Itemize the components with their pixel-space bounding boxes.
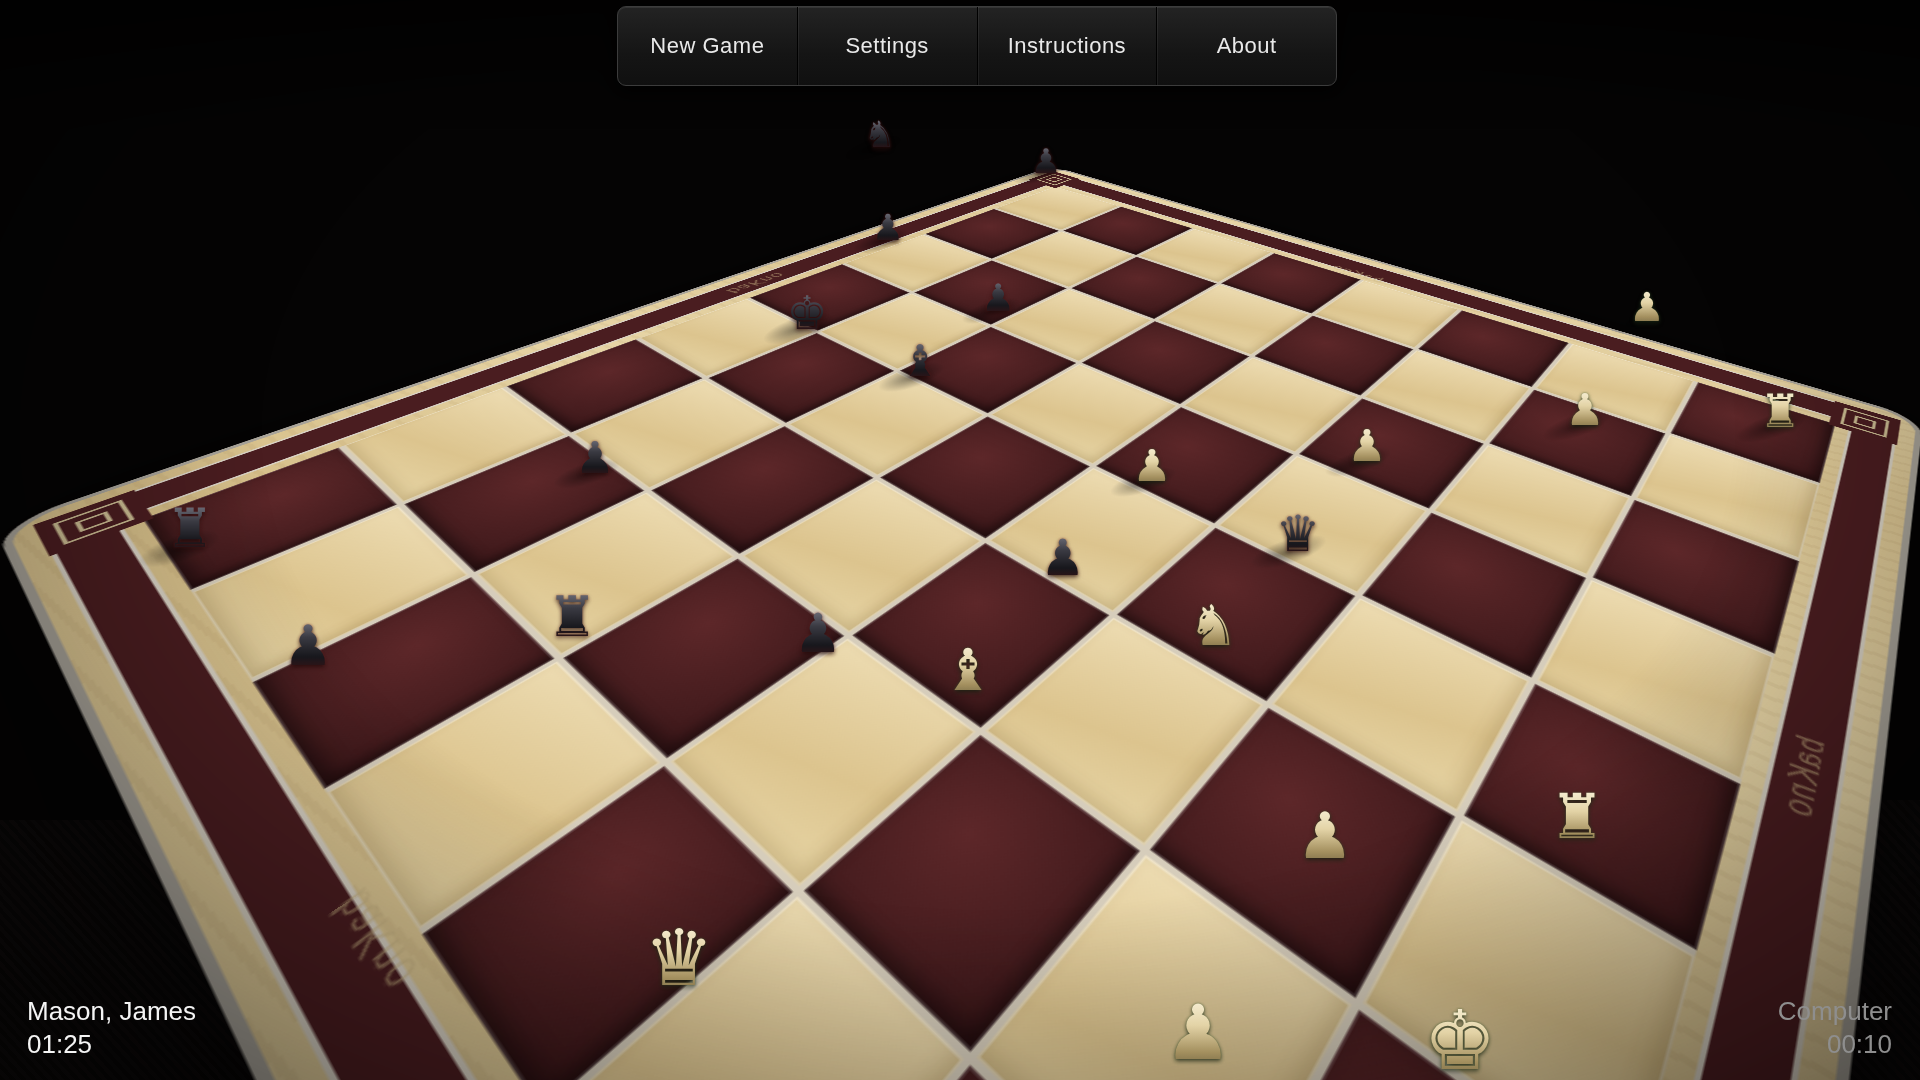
white-pawn-e2[interactable]: ♟ <box>1296 804 1353 868</box>
black-player-clock: 00:10 <box>1778 1028 1892 1061</box>
white-pawn-f2[interactable]: ♟ <box>1164 995 1232 1071</box>
menu-item-about[interactable]: About <box>1157 7 1336 85</box>
black-queen-c3[interactable]: ♛ <box>1276 509 1321 559</box>
menu-bar: New GameSettingsInstructionsAbout <box>617 6 1337 86</box>
white-player-hud: Mason, James 01:25 <box>27 995 196 1060</box>
menu-item-instructions[interactable]: Instructions <box>978 7 1158 85</box>
menu-item-settings[interactable]: Settings <box>798 7 978 85</box>
captured-black-pawn[interactable]: ♟ <box>1031 144 1061 178</box>
white-player-name: Mason, James <box>27 995 196 1028</box>
white-bishop-e4[interactable]: ♝ <box>942 641 994 699</box>
captured-black-knight[interactable]: ♞ <box>864 117 896 153</box>
white-king-f1[interactable]: ♚ <box>1423 1000 1497 1080</box>
black-rook-g6[interactable]: ♜ <box>547 589 597 645</box>
black-pawn-h7[interactable]: ♟ <box>283 618 333 674</box>
black-player-hud: Computer 00:10 <box>1778 995 1892 1060</box>
white-rook-a1[interactable]: ♜ <box>1759 388 1800 434</box>
black-pawn-f4[interactable]: ♟ <box>794 607 842 661</box>
black-rook-h8[interactable]: ♜ <box>166 502 214 556</box>
menu-item-new-game[interactable]: New Game <box>618 7 798 85</box>
black-king-e7[interactable]: ♚ <box>786 290 827 336</box>
black-pawn-c6[interactable]: ♟ <box>981 279 1015 317</box>
black-player-name: Computer <box>1778 995 1892 1028</box>
white-pawn-a2[interactable]: ♟ <box>1629 287 1665 327</box>
chess-app-window: baKno baKno baKno baKno ♜♟♚♟♝♟♜♟♟♛♜♜♚♛♞♝… <box>0 0 1920 1080</box>
white-rook-e1[interactable]: ♜ <box>1549 786 1605 848</box>
white-knight-d3[interactable]: ♞ <box>1188 598 1238 654</box>
white-pawn-c4[interactable]: ♟ <box>1132 444 1171 488</box>
black-pawn-d4[interactable]: ♟ <box>1041 533 1086 583</box>
black-pawn-f7[interactable]: ♟ <box>575 436 614 480</box>
white-queen-g3[interactable]: ♛ <box>644 919 714 997</box>
white-pawn-b2[interactable]: ♟ <box>1565 388 1604 432</box>
white-pawn-b3[interactable]: ♟ <box>1347 424 1386 468</box>
captured-black-pawn[interactable]: ♟ <box>872 210 904 246</box>
white-player-clock: 01:25 <box>27 1028 196 1061</box>
black-bishop-d6[interactable]: ♝ <box>900 339 939 383</box>
